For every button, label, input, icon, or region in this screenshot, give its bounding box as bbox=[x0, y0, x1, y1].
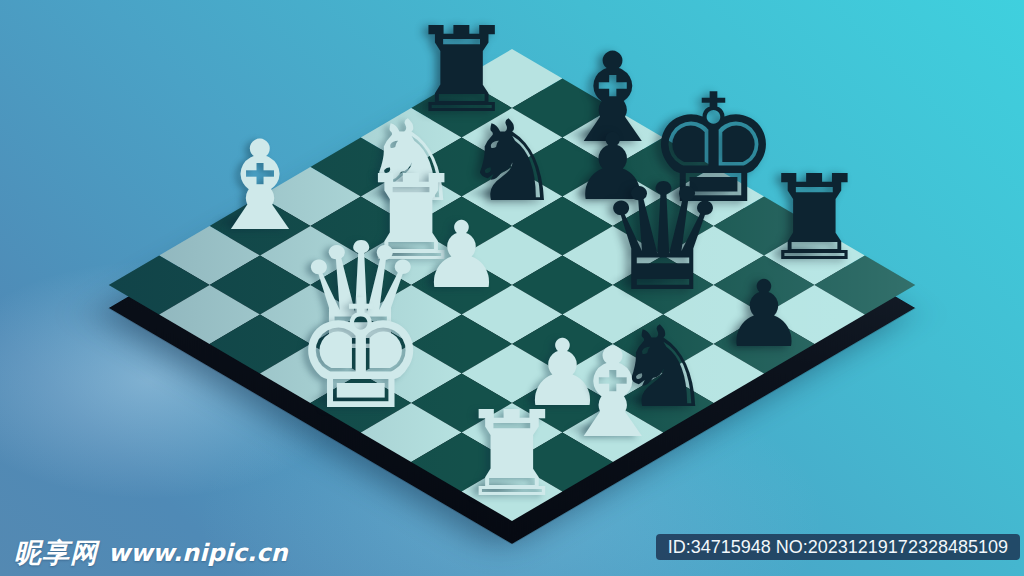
screenshot-root: ♜♝♟♚♞♛♜♟♞♝♞♜♟♛♚♟♝♜ 昵享网 www.nipic.cn ID:3… bbox=[0, 0, 1024, 576]
black-rook-g8: ♜ bbox=[761, 159, 867, 277]
black-queen-f6: ♛ bbox=[597, 164, 730, 312]
watermark-site: 昵享网 www.nipic.cn bbox=[14, 536, 287, 570]
white-king-e1: ♚ bbox=[294, 280, 428, 430]
image-id-badge: ID:34715948 NO:20231219172328485109 bbox=[656, 534, 1020, 560]
site-logo-text: 昵享网 bbox=[14, 535, 98, 571]
image-id-text: ID:34715948 NO:20231219172328485109 bbox=[668, 537, 1008, 558]
site-url-text: www.nipic.cn bbox=[108, 539, 287, 567]
chess-board: ♜♝♟♚♞♛♜♟♞♝♞♜♟♛♚♟♝♜ bbox=[0, 0, 1024, 576]
white-pawn-d4: ♟ bbox=[420, 210, 502, 302]
black-pawn-h6: ♟ bbox=[723, 269, 805, 361]
white-rook-h1: ♜ bbox=[459, 395, 565, 513]
pieces-layer: ♜♝♟♚♞♛♜♟♞♝♞♜♟♛♚♟♝♜ bbox=[0, 0, 1024, 576]
white-bishop-h3: ♝ bbox=[557, 331, 668, 455]
black-knight-c6: ♞ bbox=[462, 105, 562, 217]
